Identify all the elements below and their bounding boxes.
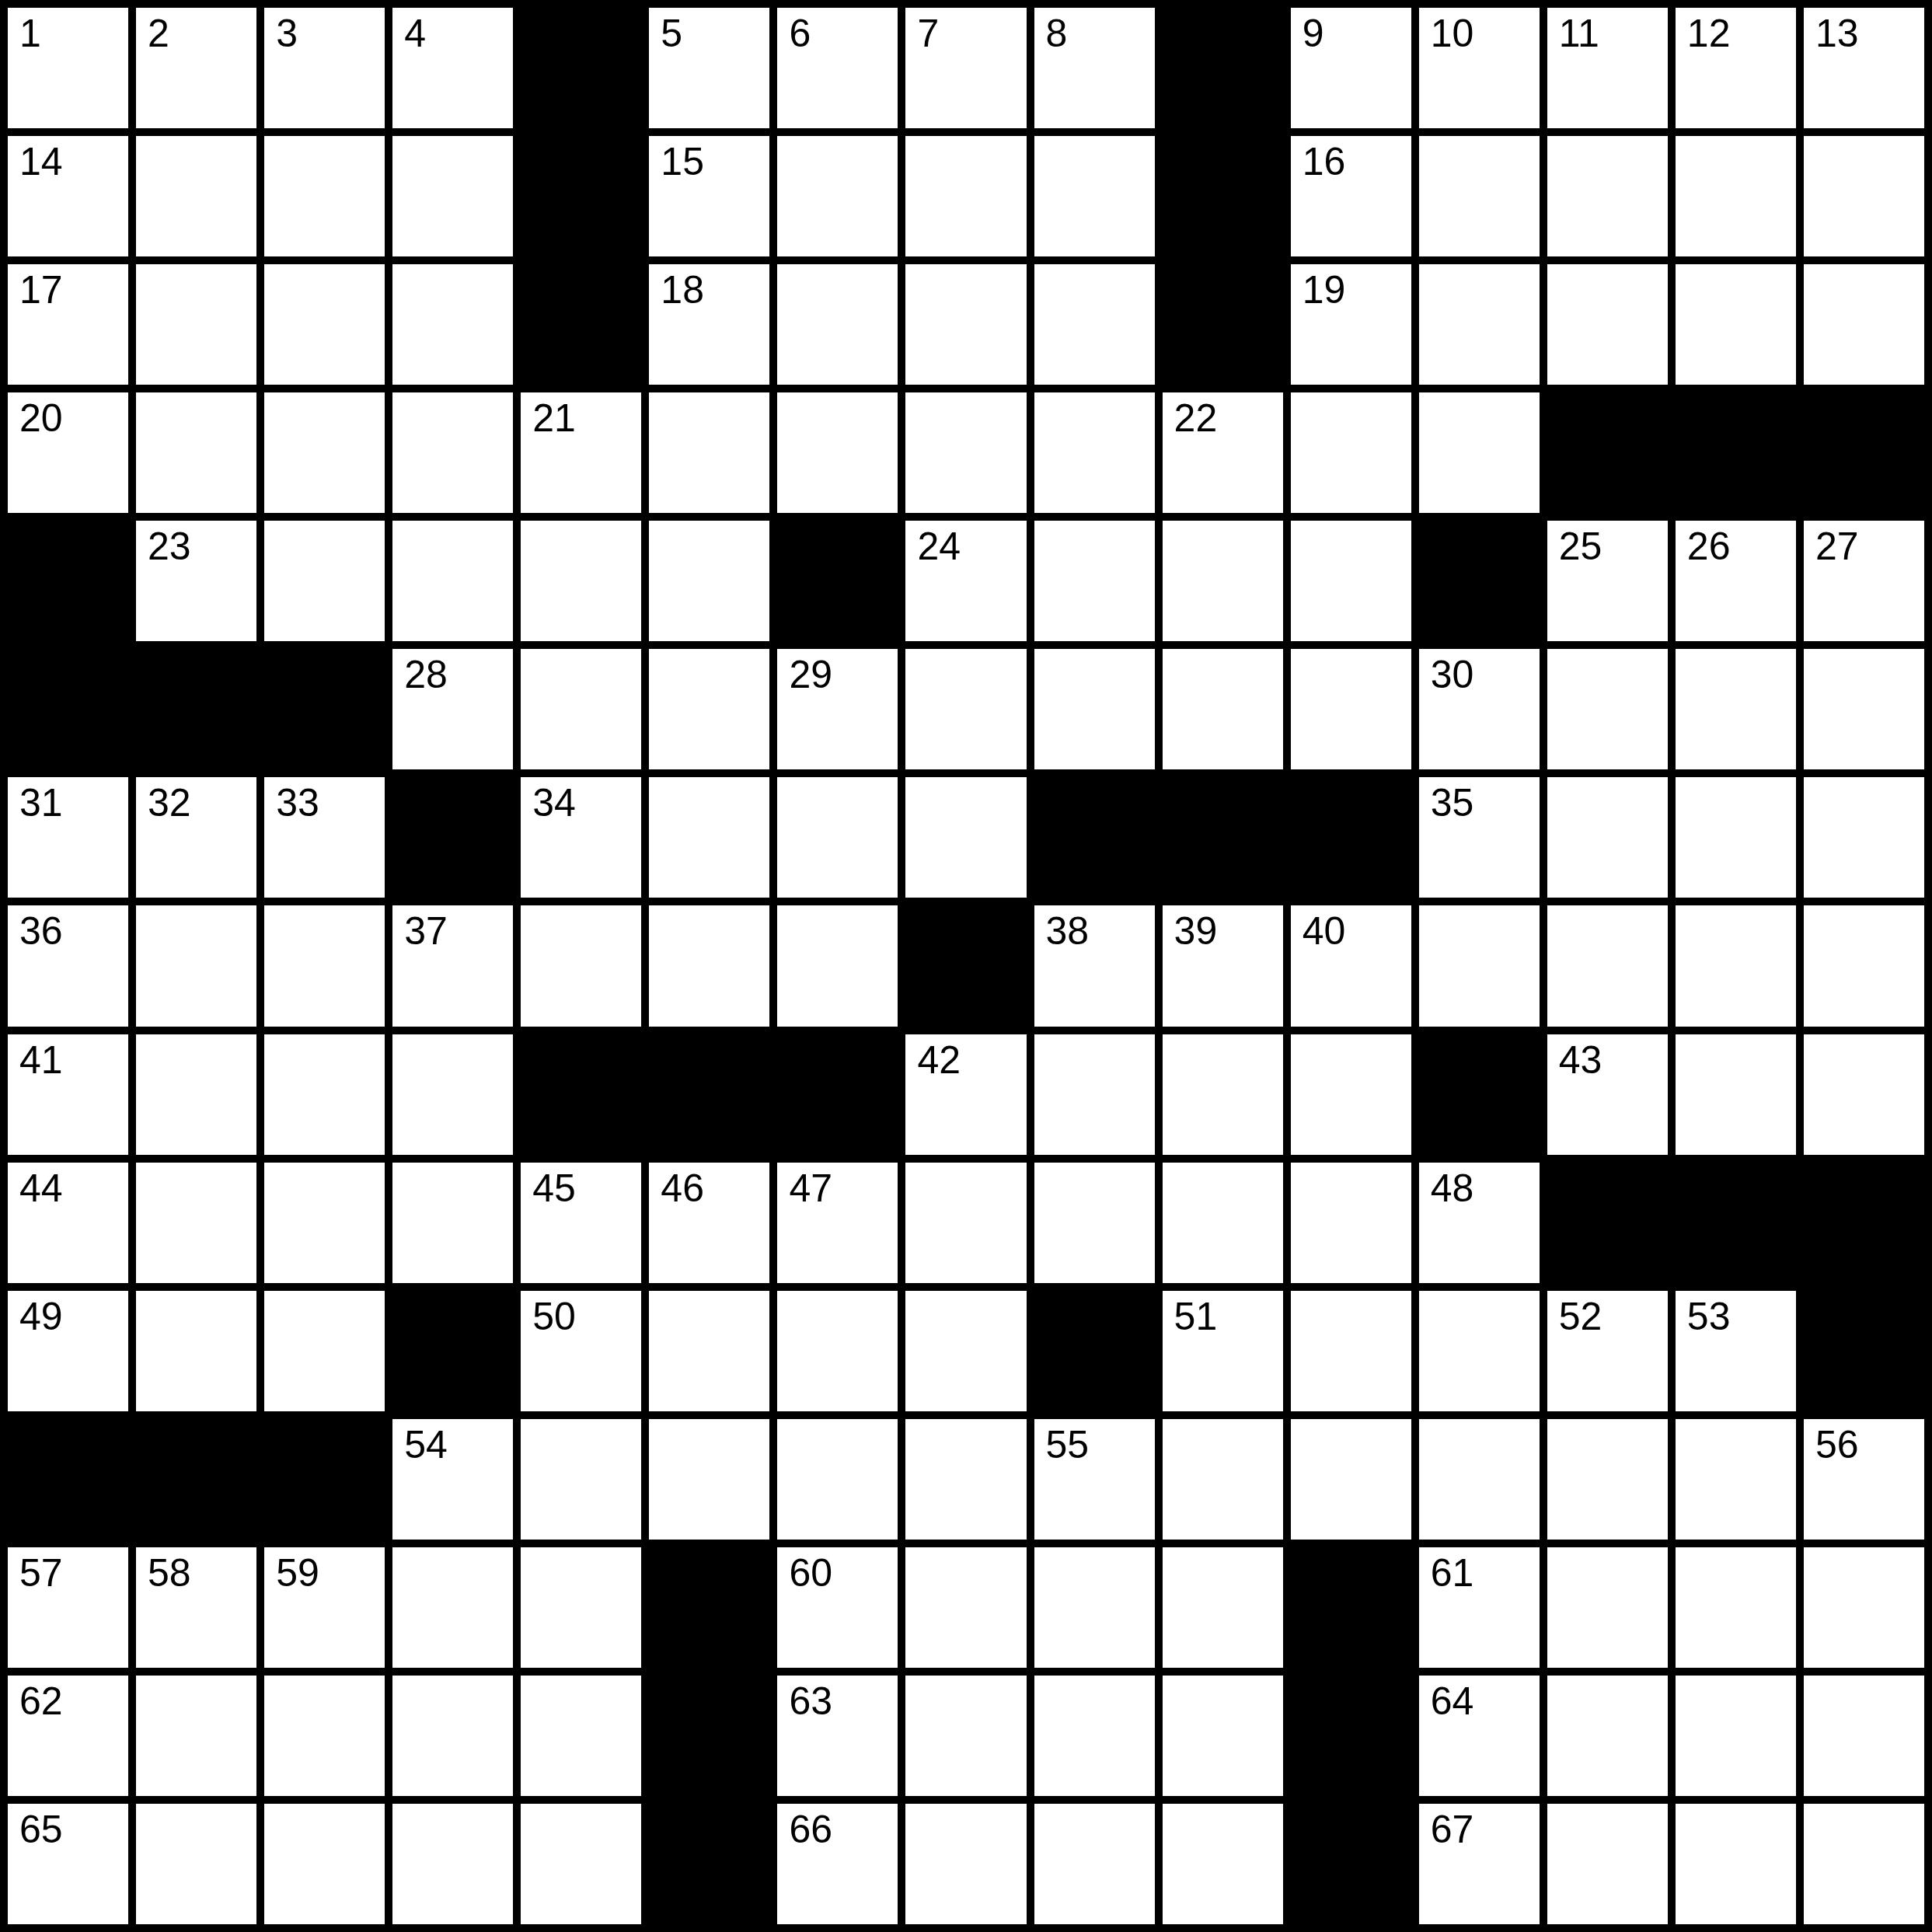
cell-r13c15[interactable] bbox=[1804, 1547, 1924, 1668]
cell-r7c2[interactable]: 32 bbox=[136, 777, 256, 898]
cell-r9c6 bbox=[649, 1034, 769, 1155]
cell-r2c7[interactable] bbox=[777, 136, 898, 256]
cell-r7c6[interactable] bbox=[649, 777, 769, 898]
clue-number: 35 bbox=[1431, 783, 1474, 822]
cell-r9c10[interactable] bbox=[1163, 1034, 1283, 1155]
clue-number: 59 bbox=[276, 1554, 319, 1592]
clue-number: 25 bbox=[1559, 527, 1602, 566]
cell-r5c13[interactable]: 25 bbox=[1547, 521, 1668, 641]
cell-r14c14[interactable] bbox=[1676, 1676, 1796, 1796]
cell-r15c8[interactable] bbox=[905, 1804, 1026, 1924]
cell-r3c13[interactable] bbox=[1547, 264, 1668, 385]
clue-number: 16 bbox=[1303, 142, 1346, 181]
clue-number: 2 bbox=[148, 14, 169, 53]
cell-r8c6[interactable] bbox=[649, 905, 769, 1026]
cell-r4c3[interactable] bbox=[264, 392, 385, 513]
clue-number: 41 bbox=[19, 1041, 63, 1079]
cell-r2c9[interactable] bbox=[1034, 136, 1155, 256]
cell-r10c2[interactable] bbox=[136, 1163, 256, 1283]
clue-number: 17 bbox=[19, 270, 63, 309]
cell-r8c1[interactable]: 36 bbox=[8, 905, 128, 1026]
cell-r12c6[interactable] bbox=[649, 1419, 769, 1540]
cell-r11c12[interactable] bbox=[1419, 1291, 1540, 1411]
cell-r13c13[interactable] bbox=[1547, 1547, 1668, 1668]
clue-number: 58 bbox=[148, 1554, 191, 1592]
clue-number: 53 bbox=[1687, 1297, 1731, 1336]
cell-r7c9 bbox=[1034, 777, 1155, 898]
cell-r1c5 bbox=[521, 8, 641, 128]
clue-number: 24 bbox=[917, 527, 961, 566]
cell-r2c15[interactable] bbox=[1804, 136, 1924, 256]
cell-r9c9[interactable] bbox=[1034, 1034, 1155, 1155]
cell-r6c15[interactable] bbox=[1804, 649, 1924, 769]
cell-r12c3 bbox=[264, 1419, 385, 1540]
cell-r2c6[interactable]: 15 bbox=[649, 136, 769, 256]
cell-r10c5[interactable]: 45 bbox=[521, 1163, 641, 1283]
cell-r13c6 bbox=[649, 1547, 769, 1668]
cell-r10c13 bbox=[1547, 1163, 1668, 1283]
cell-r4c15 bbox=[1804, 392, 1924, 513]
cell-r10c9[interactable] bbox=[1034, 1163, 1155, 1283]
cell-r15c10[interactable] bbox=[1163, 1804, 1283, 1924]
cell-r7c11 bbox=[1291, 777, 1411, 898]
cell-r3c1[interactable]: 17 bbox=[8, 264, 128, 385]
cell-r2c13[interactable] bbox=[1547, 136, 1668, 256]
cell-r11c13[interactable]: 52 bbox=[1547, 1291, 1668, 1411]
clue-number: 62 bbox=[19, 1682, 63, 1721]
cell-r4c13 bbox=[1547, 392, 1668, 513]
clue-number: 19 bbox=[1303, 270, 1346, 309]
cell-r1c4[interactable]: 4 bbox=[392, 8, 513, 128]
cell-r2c4[interactable] bbox=[392, 136, 513, 256]
cell-r10c15 bbox=[1804, 1163, 1924, 1283]
cell-r1c2[interactable]: 2 bbox=[136, 8, 256, 128]
cell-r4c8[interactable] bbox=[905, 392, 1026, 513]
cell-r12c11[interactable] bbox=[1291, 1419, 1411, 1540]
clue-number: 14 bbox=[19, 142, 63, 181]
cell-r6c14[interactable] bbox=[1676, 649, 1796, 769]
cell-r15c6 bbox=[649, 1804, 769, 1924]
clue-number: 28 bbox=[404, 655, 448, 694]
cell-r13c1[interactable]: 57 bbox=[8, 1547, 128, 1668]
cell-r4c5[interactable]: 21 bbox=[521, 392, 641, 513]
cell-r11c14[interactable]: 53 bbox=[1676, 1291, 1796, 1411]
cell-r8c5[interactable] bbox=[521, 905, 641, 1026]
cell-r6c2 bbox=[136, 649, 256, 769]
cell-r7c5[interactable]: 34 bbox=[521, 777, 641, 898]
cell-r14c7[interactable]: 63 bbox=[777, 1676, 898, 1796]
clue-number: 34 bbox=[532, 783, 576, 822]
clue-number: 6 bbox=[789, 14, 811, 53]
cell-r9c5 bbox=[521, 1034, 641, 1155]
clue-number: 60 bbox=[789, 1554, 832, 1592]
clue-number: 12 bbox=[1687, 14, 1731, 53]
cell-r11c2[interactable] bbox=[136, 1291, 256, 1411]
cell-r13c10[interactable] bbox=[1163, 1547, 1283, 1668]
cell-r11c9 bbox=[1034, 1291, 1155, 1411]
cell-r10c3[interactable] bbox=[264, 1163, 385, 1283]
clue-number: 44 bbox=[19, 1169, 63, 1208]
cell-r9c7 bbox=[777, 1034, 898, 1155]
cell-r15c7[interactable]: 66 bbox=[777, 1804, 898, 1924]
cell-r13c7[interactable]: 60 bbox=[777, 1547, 898, 1668]
cell-r3c9[interactable] bbox=[1034, 264, 1155, 385]
clue-number: 4 bbox=[404, 14, 426, 53]
clue-number: 49 bbox=[19, 1297, 63, 1336]
cell-r12c5[interactable] bbox=[521, 1419, 641, 1540]
cell-r4c12[interactable] bbox=[1419, 392, 1540, 513]
cell-r9c2[interactable] bbox=[136, 1034, 256, 1155]
cell-r8c12[interactable] bbox=[1419, 905, 1540, 1026]
clue-number: 47 bbox=[789, 1169, 832, 1208]
clue-number: 40 bbox=[1303, 912, 1346, 950]
cell-r15c14[interactable] bbox=[1676, 1804, 1796, 1924]
cell-r4c7[interactable] bbox=[777, 392, 898, 513]
cell-r10c4[interactable] bbox=[392, 1163, 513, 1283]
clue-number: 57 bbox=[19, 1554, 63, 1592]
clue-number: 66 bbox=[789, 1810, 832, 1849]
clue-number: 7 bbox=[917, 14, 939, 53]
cell-r1c8[interactable]: 7 bbox=[905, 8, 1026, 128]
clue-number: 3 bbox=[276, 14, 298, 53]
cell-r8c14[interactable] bbox=[1676, 905, 1796, 1026]
cell-r5c6[interactable] bbox=[649, 521, 769, 641]
cell-r3c12[interactable] bbox=[1419, 264, 1540, 385]
clue-number: 52 bbox=[1559, 1297, 1602, 1336]
clue-number: 26 bbox=[1687, 527, 1731, 566]
cell-r6c3 bbox=[264, 649, 385, 769]
cell-r13c4[interactable] bbox=[392, 1547, 513, 1668]
cell-r3c3[interactable] bbox=[264, 264, 385, 385]
clue-number: 45 bbox=[532, 1169, 576, 1208]
cell-r1c14[interactable]: 12 bbox=[1676, 8, 1796, 128]
cell-r9c4[interactable] bbox=[392, 1034, 513, 1155]
cell-r12c13[interactable] bbox=[1547, 1419, 1668, 1540]
cell-r12c4[interactable]: 54 bbox=[392, 1419, 513, 1540]
cell-r11c1[interactable]: 49 bbox=[8, 1291, 128, 1411]
cell-r2c5 bbox=[521, 136, 641, 256]
cell-r7c8[interactable] bbox=[905, 777, 1026, 898]
cell-r7c1[interactable]: 31 bbox=[8, 777, 128, 898]
clue-number: 32 bbox=[148, 783, 191, 822]
cell-r8c7[interactable] bbox=[777, 905, 898, 1026]
clue-number: 29 bbox=[789, 655, 832, 694]
cell-r3c15[interactable] bbox=[1804, 264, 1924, 385]
clue-number: 8 bbox=[1046, 14, 1068, 53]
clue-number: 23 bbox=[148, 527, 191, 566]
cell-r5c11[interactable] bbox=[1291, 521, 1411, 641]
clue-number: 51 bbox=[1174, 1297, 1218, 1336]
cell-r7c10 bbox=[1163, 777, 1283, 898]
cell-r5c12 bbox=[1419, 521, 1540, 641]
cell-r13c5[interactable] bbox=[521, 1547, 641, 1668]
cell-r15c12[interactable]: 67 bbox=[1419, 1804, 1540, 1924]
clue-number: 9 bbox=[1303, 14, 1324, 53]
cell-r5c1 bbox=[8, 521, 128, 641]
cell-r1c6[interactable]: 5 bbox=[649, 8, 769, 128]
cell-r7c14[interactable] bbox=[1676, 777, 1796, 898]
cell-r6c11[interactable] bbox=[1291, 649, 1411, 769]
cell-r1c9[interactable]: 8 bbox=[1034, 8, 1155, 128]
cell-r13c12[interactable]: 61 bbox=[1419, 1547, 1540, 1668]
cell-r15c4[interactable] bbox=[392, 1804, 513, 1924]
cell-r15c15[interactable] bbox=[1804, 1804, 1924, 1924]
cell-r15c3[interactable] bbox=[264, 1804, 385, 1924]
clue-number: 11 bbox=[1559, 14, 1599, 53]
cell-r12c2 bbox=[136, 1419, 256, 1540]
clue-number: 65 bbox=[19, 1810, 63, 1849]
cell-r15c11 bbox=[1291, 1804, 1411, 1924]
cell-r5c2[interactable]: 23 bbox=[136, 521, 256, 641]
clue-number: 13 bbox=[1815, 14, 1859, 53]
cell-r8c2[interactable] bbox=[136, 905, 256, 1026]
cell-r8c9[interactable]: 38 bbox=[1034, 905, 1155, 1026]
cell-r3c2[interactable] bbox=[136, 264, 256, 385]
cell-r11c5[interactable]: 50 bbox=[521, 1291, 641, 1411]
cell-r12c10[interactable] bbox=[1163, 1419, 1283, 1540]
cell-r4c1[interactable]: 20 bbox=[8, 392, 128, 513]
clue-number: 39 bbox=[1174, 912, 1218, 950]
clue-number: 20 bbox=[19, 399, 63, 438]
cell-r10c8[interactable] bbox=[905, 1163, 1026, 1283]
cell-r1c12[interactable]: 10 bbox=[1419, 8, 1540, 128]
cell-r6c8[interactable] bbox=[905, 649, 1026, 769]
cell-r10c14 bbox=[1676, 1163, 1796, 1283]
cell-r9c8[interactable]: 42 bbox=[905, 1034, 1026, 1155]
clue-number: 64 bbox=[1431, 1682, 1474, 1721]
cell-r12c14[interactable] bbox=[1676, 1419, 1796, 1540]
cell-r7c13[interactable] bbox=[1547, 777, 1668, 898]
cell-r8c3[interactable] bbox=[264, 905, 385, 1026]
clue-number: 1 bbox=[19, 14, 41, 53]
clue-number: 10 bbox=[1431, 14, 1474, 53]
cell-r5c4[interactable] bbox=[392, 521, 513, 641]
crossword-grid: 1234567891011121314151617181920212223242… bbox=[0, 0, 1932, 1932]
cell-r10c1[interactable]: 44 bbox=[8, 1163, 128, 1283]
cell-r11c10[interactable]: 51 bbox=[1163, 1291, 1283, 1411]
cell-r6c12[interactable]: 30 bbox=[1419, 649, 1540, 769]
cell-r14c3[interactable] bbox=[264, 1676, 385, 1796]
cell-r5c10[interactable] bbox=[1163, 521, 1283, 641]
cell-r14c5[interactable] bbox=[521, 1676, 641, 1796]
cell-r12c7[interactable] bbox=[777, 1419, 898, 1540]
cell-r15c5[interactable] bbox=[521, 1804, 641, 1924]
cell-r4c6[interactable] bbox=[649, 392, 769, 513]
cell-r13c14[interactable] bbox=[1676, 1547, 1796, 1668]
cell-r12c15[interactable]: 56 bbox=[1804, 1419, 1924, 1540]
cell-r2c3[interactable] bbox=[264, 136, 385, 256]
cell-r14c4[interactable] bbox=[392, 1676, 513, 1796]
cell-r11c8[interactable] bbox=[905, 1291, 1026, 1411]
cell-r6c1 bbox=[8, 649, 128, 769]
cell-r5c14[interactable]: 26 bbox=[1676, 521, 1796, 641]
cell-r5c8[interactable]: 24 bbox=[905, 521, 1026, 641]
cell-r13c2[interactable]: 58 bbox=[136, 1547, 256, 1668]
cell-r14c10[interactable] bbox=[1163, 1676, 1283, 1796]
clue-number: 56 bbox=[1815, 1425, 1859, 1464]
cell-r3c8[interactable] bbox=[905, 264, 1026, 385]
clue-number: 18 bbox=[661, 270, 704, 309]
cell-r10c10[interactable] bbox=[1163, 1163, 1283, 1283]
clue-number: 63 bbox=[789, 1682, 832, 1721]
cell-r3c6[interactable]: 18 bbox=[649, 264, 769, 385]
cell-r14c13[interactable] bbox=[1547, 1676, 1668, 1796]
cell-r3c14[interactable] bbox=[1676, 264, 1796, 385]
clue-number: 21 bbox=[532, 399, 576, 438]
cell-r8c10[interactable]: 39 bbox=[1163, 905, 1283, 1026]
cell-r3c10 bbox=[1163, 264, 1283, 385]
cell-r9c14[interactable] bbox=[1676, 1034, 1796, 1155]
cell-r10c7[interactable]: 47 bbox=[777, 1163, 898, 1283]
cell-r2c10 bbox=[1163, 136, 1283, 256]
cell-r6c4[interactable]: 28 bbox=[392, 649, 513, 769]
cell-r9c15[interactable] bbox=[1804, 1034, 1924, 1155]
cell-r5c9[interactable] bbox=[1034, 521, 1155, 641]
cell-r1c3[interactable]: 3 bbox=[264, 8, 385, 128]
cell-r7c3[interactable]: 33 bbox=[264, 777, 385, 898]
cell-r1c11[interactable]: 9 bbox=[1291, 8, 1411, 128]
cell-r14c12[interactable]: 64 bbox=[1419, 1676, 1540, 1796]
cell-r6c13[interactable] bbox=[1547, 649, 1668, 769]
clue-number: 43 bbox=[1559, 1041, 1602, 1079]
cell-r13c8[interactable] bbox=[905, 1547, 1026, 1668]
clue-number: 67 bbox=[1431, 1810, 1474, 1849]
clue-number: 30 bbox=[1431, 655, 1474, 694]
cell-r9c11[interactable] bbox=[1291, 1034, 1411, 1155]
cell-r11c15 bbox=[1804, 1291, 1924, 1411]
cell-r1c10 bbox=[1163, 8, 1283, 128]
cell-r10c11[interactable] bbox=[1291, 1163, 1411, 1283]
cell-r6c9[interactable] bbox=[1034, 649, 1155, 769]
cell-r14c2[interactable] bbox=[136, 1676, 256, 1796]
cell-r14c1[interactable]: 62 bbox=[8, 1676, 128, 1796]
cell-r12c9[interactable]: 55 bbox=[1034, 1419, 1155, 1540]
clue-number: 50 bbox=[532, 1297, 576, 1336]
clue-number: 5 bbox=[661, 14, 682, 53]
cell-r15c1[interactable]: 65 bbox=[8, 1804, 128, 1924]
cell-r7c7[interactable] bbox=[777, 777, 898, 898]
cell-r10c6[interactable]: 46 bbox=[649, 1163, 769, 1283]
cell-r11c7[interactable] bbox=[777, 1291, 898, 1411]
clue-number: 61 bbox=[1431, 1554, 1474, 1592]
cell-r7c12[interactable]: 35 bbox=[1419, 777, 1540, 898]
cell-r2c14[interactable] bbox=[1676, 136, 1796, 256]
cell-r6c10[interactable] bbox=[1163, 649, 1283, 769]
clue-number: 33 bbox=[276, 783, 319, 822]
cell-r14c8[interactable] bbox=[905, 1676, 1026, 1796]
clue-number: 22 bbox=[1174, 399, 1218, 438]
cell-r1c15[interactable]: 13 bbox=[1804, 8, 1924, 128]
cell-r13c9[interactable] bbox=[1034, 1547, 1155, 1668]
cell-r12c8[interactable] bbox=[905, 1419, 1026, 1540]
cell-r8c4[interactable]: 37 bbox=[392, 905, 513, 1026]
cell-r9c3[interactable] bbox=[264, 1034, 385, 1155]
cell-r15c2[interactable] bbox=[136, 1804, 256, 1924]
cell-r4c9[interactable] bbox=[1034, 392, 1155, 513]
cell-r13c11 bbox=[1291, 1547, 1411, 1668]
cell-r5c3[interactable] bbox=[264, 521, 385, 641]
cell-r1c13[interactable]: 11 bbox=[1547, 8, 1668, 128]
cell-r14c9[interactable] bbox=[1034, 1676, 1155, 1796]
clue-number: 15 bbox=[661, 142, 704, 181]
cell-r4c4[interactable] bbox=[392, 392, 513, 513]
cell-r14c15[interactable] bbox=[1804, 1676, 1924, 1796]
cell-r12c12[interactable] bbox=[1419, 1419, 1540, 1540]
clue-number: 27 bbox=[1815, 527, 1859, 566]
cell-r11c3[interactable] bbox=[264, 1291, 385, 1411]
cell-r13c3[interactable]: 59 bbox=[264, 1547, 385, 1668]
cell-r9c12 bbox=[1419, 1034, 1540, 1155]
clue-number: 31 bbox=[19, 783, 63, 822]
cell-r9c1[interactable]: 41 bbox=[8, 1034, 128, 1155]
cell-r2c1[interactable]: 14 bbox=[8, 136, 128, 256]
clue-number: 38 bbox=[1046, 912, 1090, 950]
cell-r2c2[interactable] bbox=[136, 136, 256, 256]
cell-r4c11[interactable] bbox=[1291, 392, 1411, 513]
cell-r4c2[interactable] bbox=[136, 392, 256, 513]
cell-r5c7 bbox=[777, 521, 898, 641]
cell-r3c4[interactable] bbox=[392, 264, 513, 385]
clue-number: 46 bbox=[661, 1169, 704, 1208]
cell-r6c7[interactable]: 29 bbox=[777, 649, 898, 769]
cell-r11c11[interactable] bbox=[1291, 1291, 1411, 1411]
cell-r7c4 bbox=[392, 777, 513, 898]
cell-r7c15[interactable] bbox=[1804, 777, 1924, 898]
cell-r8c13[interactable] bbox=[1547, 905, 1668, 1026]
cell-r2c11[interactable]: 16 bbox=[1291, 136, 1411, 256]
clue-number: 55 bbox=[1046, 1425, 1090, 1464]
cell-r14c11 bbox=[1291, 1676, 1411, 1796]
clue-number: 54 bbox=[404, 1425, 448, 1464]
cell-r11c6[interactable] bbox=[649, 1291, 769, 1411]
cell-r15c13[interactable] bbox=[1547, 1804, 1668, 1924]
cell-r3c5 bbox=[521, 264, 641, 385]
cell-r8c11[interactable]: 40 bbox=[1291, 905, 1411, 1026]
cell-r6c5[interactable] bbox=[521, 649, 641, 769]
cell-r6c6[interactable] bbox=[649, 649, 769, 769]
cell-r14c6 bbox=[649, 1676, 769, 1796]
cell-r1c1[interactable]: 1 bbox=[8, 8, 128, 128]
clue-number: 37 bbox=[404, 912, 448, 950]
cell-r10c12[interactable]: 48 bbox=[1419, 1163, 1540, 1283]
clue-number: 48 bbox=[1431, 1169, 1474, 1208]
cell-r8c8 bbox=[905, 905, 1026, 1026]
cell-r2c8[interactable] bbox=[905, 136, 1026, 256]
clue-number: 36 bbox=[19, 912, 63, 950]
cell-r4c10[interactable]: 22 bbox=[1163, 392, 1283, 513]
cell-r1c7[interactable]: 6 bbox=[777, 8, 898, 128]
cell-r5c15[interactable]: 27 bbox=[1804, 521, 1924, 641]
cell-r9c13[interactable]: 43 bbox=[1547, 1034, 1668, 1155]
cell-r3c7[interactable] bbox=[777, 264, 898, 385]
cell-r15c9[interactable] bbox=[1034, 1804, 1155, 1924]
cell-r12c1 bbox=[8, 1419, 128, 1540]
cell-r8c15[interactable] bbox=[1804, 905, 1924, 1026]
cell-r2c12[interactable] bbox=[1419, 136, 1540, 256]
cell-r3c11[interactable]: 19 bbox=[1291, 264, 1411, 385]
cell-r4c14 bbox=[1676, 392, 1796, 513]
clue-number: 42 bbox=[917, 1041, 961, 1079]
cell-r5c5[interactable] bbox=[521, 521, 641, 641]
cell-r11c4 bbox=[392, 1291, 513, 1411]
